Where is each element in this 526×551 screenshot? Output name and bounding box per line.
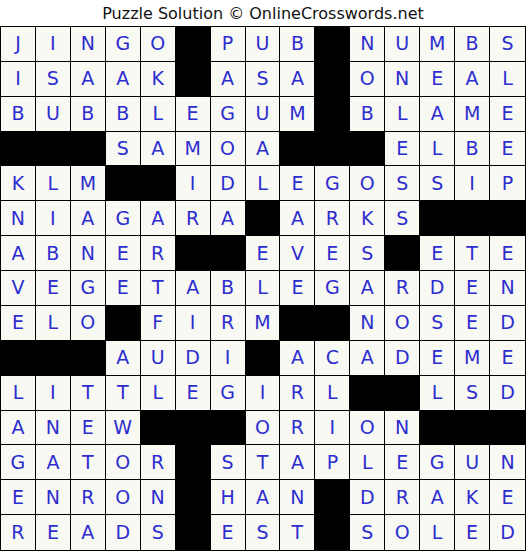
grid-cell: A	[1, 411, 36, 446]
grid-cell: A	[1, 236, 36, 271]
black-cell	[490, 411, 525, 446]
grid-cell: D	[385, 341, 420, 376]
grid-cell: T	[141, 271, 176, 306]
grid-cell: T	[455, 236, 490, 271]
grid-cell: E	[490, 480, 525, 515]
grid-cell: S	[246, 515, 281, 550]
grid-cell: L	[36, 166, 71, 201]
grid-cell: E	[420, 62, 455, 97]
black-cell	[141, 166, 176, 201]
grid-cell: A	[141, 201, 176, 236]
grid-cell: R	[280, 376, 315, 411]
black-cell	[490, 201, 525, 236]
grid-cell: B	[211, 271, 246, 306]
grid-cell: A	[350, 271, 385, 306]
grid-cell: K	[350, 201, 385, 236]
grid-cell: N	[141, 480, 176, 515]
grid-cell: R	[385, 271, 420, 306]
grid-cell: E	[36, 515, 71, 550]
grid-cell: D	[490, 515, 525, 550]
grid-cell: O	[385, 515, 420, 550]
grid-cell: A	[280, 62, 315, 97]
grid-cell: S	[420, 166, 455, 201]
black-cell	[176, 236, 211, 271]
grid-cell: D	[490, 376, 525, 411]
grid-cell: E	[246, 236, 281, 271]
grid-cell: A	[280, 341, 315, 376]
black-cell	[176, 27, 211, 62]
grid-cell: L	[350, 445, 385, 480]
grid-cell: L	[420, 376, 455, 411]
grid-cell: L	[315, 376, 350, 411]
grid-cell: A	[455, 62, 490, 97]
black-cell	[1, 341, 36, 376]
grid-cell: D	[176, 341, 211, 376]
black-cell	[1, 132, 36, 167]
grid-cell: T	[106, 376, 141, 411]
grid-cell: T	[71, 445, 106, 480]
grid-cell: G	[211, 376, 246, 411]
grid-cell: O	[106, 445, 141, 480]
grid-cell: U	[385, 27, 420, 62]
grid-cell: L	[420, 132, 455, 167]
grid-cell: E	[1, 306, 36, 341]
grid-cell: E	[1, 480, 36, 515]
grid-cell: G	[315, 166, 350, 201]
grid-cell: S	[211, 445, 246, 480]
grid-cell: N	[280, 480, 315, 515]
grid-cell: U	[455, 445, 490, 480]
grid-cell: A	[176, 271, 211, 306]
grid-cell: E	[490, 236, 525, 271]
grid-cell: I	[36, 201, 71, 236]
grid-cell: O	[350, 62, 385, 97]
grid-cell: E	[455, 271, 490, 306]
grid-cell: J	[1, 27, 36, 62]
grid-cell: M	[280, 97, 315, 132]
grid-cell: A	[211, 201, 246, 236]
grid-cell: P	[315, 445, 350, 480]
grid-cell: L	[420, 515, 455, 550]
black-cell	[36, 341, 71, 376]
grid-cell: O	[350, 411, 385, 446]
grid-cell: S	[36, 62, 71, 97]
black-cell	[176, 411, 211, 446]
black-cell	[455, 201, 490, 236]
grid-cell: S	[106, 132, 141, 167]
grid-cell: I	[246, 376, 281, 411]
grid-cell: E	[455, 306, 490, 341]
grid-cell: A	[71, 201, 106, 236]
grid-cell: K	[1, 166, 36, 201]
grid-cell: B	[455, 132, 490, 167]
grid-cell: D	[211, 166, 246, 201]
grid-cell: G	[420, 445, 455, 480]
grid-cell: E	[106, 271, 141, 306]
grid-cell: S	[141, 515, 176, 550]
grid-cell: L	[1, 376, 36, 411]
grid-cell: E	[455, 515, 490, 550]
black-cell	[176, 515, 211, 550]
grid-cell: E	[385, 132, 420, 167]
grid-cell: S	[420, 306, 455, 341]
grid-cell: B	[455, 27, 490, 62]
grid-cell: N	[71, 27, 106, 62]
grid-cell: C	[315, 341, 350, 376]
grid-cell: H	[211, 480, 246, 515]
grid-cell: N	[36, 480, 71, 515]
grid-cell: L	[246, 271, 281, 306]
grid-cell: A	[141, 132, 176, 167]
grid-cell: R	[315, 201, 350, 236]
grid-cell: P	[490, 166, 525, 201]
grid-cell: F	[141, 306, 176, 341]
grid-cell: O	[71, 306, 106, 341]
grid-cell: A	[280, 445, 315, 480]
grid-cell: I	[1, 62, 36, 97]
grid-cell: I	[211, 341, 246, 376]
grid-cell: A	[246, 132, 281, 167]
grid-cell: O	[141, 27, 176, 62]
grid-cell: K	[455, 480, 490, 515]
black-cell	[420, 411, 455, 446]
grid-cell: M	[71, 166, 106, 201]
black-cell	[141, 411, 176, 446]
black-cell	[315, 132, 350, 167]
grid-cell: E	[36, 271, 71, 306]
grid-cell: G	[106, 27, 141, 62]
black-cell	[315, 27, 350, 62]
black-cell	[211, 411, 246, 446]
grid-cell: G	[315, 271, 350, 306]
black-cell	[176, 480, 211, 515]
grid-cell: L	[490, 62, 525, 97]
black-cell	[350, 376, 385, 411]
grid-cell: L	[141, 97, 176, 132]
grid-cell: I	[36, 27, 71, 62]
grid-cell: U	[141, 341, 176, 376]
black-cell	[455, 411, 490, 446]
grid-cell: N	[490, 445, 525, 480]
grid-cell: E	[490, 132, 525, 167]
grid-cell: G	[106, 201, 141, 236]
grid-cell: E	[280, 166, 315, 201]
grid-cell: O	[211, 132, 246, 167]
grid-cell: O	[350, 166, 385, 201]
grid-cell: E	[71, 411, 106, 446]
grid-cell: S	[490, 27, 525, 62]
grid-cell: I	[455, 166, 490, 201]
black-cell	[315, 306, 350, 341]
grid-cell: A	[106, 341, 141, 376]
grid-cell: I	[176, 306, 211, 341]
black-cell	[176, 62, 211, 97]
crossword-grid: JINGOPUBNUMBSISAAKASAONEALBUBBLEGUMBLAME…	[0, 26, 526, 551]
grid-cell: M	[420, 27, 455, 62]
grid-cell: T	[280, 515, 315, 550]
grid-cell: E	[315, 236, 350, 271]
grid-cell: A	[106, 62, 141, 97]
black-cell	[246, 341, 281, 376]
grid-cell: E	[490, 341, 525, 376]
grid-cell: N	[71, 236, 106, 271]
grid-cell: M	[246, 306, 281, 341]
grid-cell: M	[455, 341, 490, 376]
grid-cell: E	[176, 376, 211, 411]
grid-cell: M	[455, 97, 490, 132]
grid-cell: N	[385, 411, 420, 446]
grid-cell: B	[106, 97, 141, 132]
grid-cell: L	[385, 97, 420, 132]
black-cell	[71, 132, 106, 167]
grid-cell: W	[106, 411, 141, 446]
black-cell	[385, 376, 420, 411]
grid-cell: B	[350, 97, 385, 132]
grid-cell: M	[176, 132, 211, 167]
grid-cell: E	[420, 341, 455, 376]
black-cell	[106, 166, 141, 201]
page-title: Puzzle Solution © OnlineCrosswords.net	[0, 0, 526, 26]
grid-cell: R	[280, 411, 315, 446]
grid-cell: L	[36, 306, 71, 341]
grid-cell: A	[280, 201, 315, 236]
grid-cell: V	[280, 236, 315, 271]
grid-cell: R	[385, 480, 420, 515]
grid-cell: T	[71, 376, 106, 411]
grid-cell: A	[36, 445, 71, 480]
grid-cell: D	[490, 306, 525, 341]
grid-cell: L	[141, 376, 176, 411]
black-cell	[315, 515, 350, 550]
grid-cell: I	[315, 411, 350, 446]
black-cell	[420, 201, 455, 236]
grid-cell: S	[385, 166, 420, 201]
grid-cell: A	[211, 62, 246, 97]
grid-cell: G	[1, 445, 36, 480]
grid-cell: E	[106, 236, 141, 271]
grid-cell: N	[385, 62, 420, 97]
grid-cell: A	[420, 97, 455, 132]
grid-cell: P	[211, 27, 246, 62]
grid-cell: A	[71, 515, 106, 550]
grid-cell: L	[246, 166, 281, 201]
grid-cell: S	[350, 236, 385, 271]
grid-cell: E	[490, 97, 525, 132]
grid-cell: E	[385, 445, 420, 480]
grid-cell: I	[176, 166, 211, 201]
grid-cell: A	[246, 480, 281, 515]
grid-cell: O	[246, 411, 281, 446]
grid-cell: G	[211, 97, 246, 132]
grid-cell: V	[1, 271, 36, 306]
grid-cell: S	[246, 62, 281, 97]
grid-cell: U	[36, 97, 71, 132]
grid-cell: S	[350, 515, 385, 550]
grid-cell: O	[385, 306, 420, 341]
grid-cell: N	[350, 27, 385, 62]
black-cell	[280, 132, 315, 167]
grid-cell: R	[141, 236, 176, 271]
black-cell	[36, 132, 71, 167]
grid-cell: I	[36, 376, 71, 411]
grid-cell: D	[350, 480, 385, 515]
black-cell	[211, 236, 246, 271]
grid-cell: S	[455, 376, 490, 411]
grid-cell: U	[246, 27, 281, 62]
grid-cell: B	[280, 27, 315, 62]
grid-cell: A	[350, 341, 385, 376]
grid-cell: R	[1, 515, 36, 550]
grid-cell: E	[176, 97, 211, 132]
grid-cell: B	[71, 97, 106, 132]
grid-cell: G	[71, 271, 106, 306]
grid-cell: R	[141, 445, 176, 480]
grid-cell: D	[106, 515, 141, 550]
black-cell	[315, 97, 350, 132]
grid-cell: N	[36, 411, 71, 446]
black-cell	[315, 62, 350, 97]
grid-cell: S	[385, 201, 420, 236]
grid-cell: N	[1, 201, 36, 236]
grid-cell: R	[176, 201, 211, 236]
grid-cell: E	[420, 236, 455, 271]
black-cell	[176, 445, 211, 480]
grid-cell: B	[1, 97, 36, 132]
grid-cell: D	[420, 271, 455, 306]
grid-cell: E	[280, 271, 315, 306]
black-cell	[280, 306, 315, 341]
grid-cell: E	[211, 515, 246, 550]
grid-cell: A	[71, 62, 106, 97]
grid-cell: N	[350, 306, 385, 341]
black-cell	[71, 341, 106, 376]
grid-cell: A	[420, 480, 455, 515]
black-cell	[350, 132, 385, 167]
grid-cell: O	[106, 480, 141, 515]
black-cell	[106, 306, 141, 341]
grid-cell: U	[246, 97, 281, 132]
grid-cell: N	[490, 271, 525, 306]
black-cell	[315, 480, 350, 515]
grid-cell: R	[71, 480, 106, 515]
grid-cell: K	[141, 62, 176, 97]
black-cell	[385, 236, 420, 271]
grid-cell: B	[36, 236, 71, 271]
grid-cell: T	[246, 445, 281, 480]
black-cell	[246, 201, 281, 236]
grid-cell: R	[211, 306, 246, 341]
